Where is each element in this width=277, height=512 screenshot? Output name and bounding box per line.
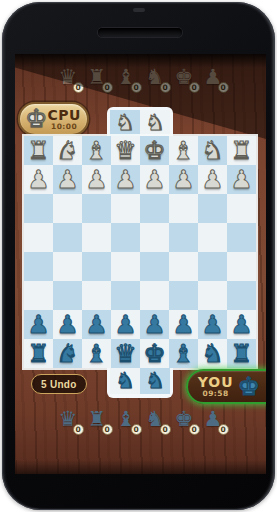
piece-black-knight: ♞ xyxy=(56,136,78,165)
square-d3[interactable] xyxy=(111,281,140,310)
square-d1[interactable]: ♛ xyxy=(111,339,140,368)
square-f5[interactable] xyxy=(169,223,198,252)
square-b6[interactable] xyxy=(53,194,82,223)
square-d8[interactable]: ♛ xyxy=(111,136,140,165)
cpu-label: CPU xyxy=(47,108,80,122)
square-c5[interactable] xyxy=(82,223,111,252)
piece-white-pawn: ♟ xyxy=(230,310,252,339)
piece-white-rook: ♜ xyxy=(27,339,49,368)
square-e3[interactable] xyxy=(140,281,169,310)
square-b4[interactable] xyxy=(53,252,82,281)
square-g2[interactable]: ♟ xyxy=(198,310,227,339)
square-c6[interactable] xyxy=(82,194,111,223)
piece-white-pawn: ♟ xyxy=(114,310,136,339)
capture-tray-you: ♛0♜0♝0♞0♚0♟0 xyxy=(15,404,266,434)
capture-tab-bottom: ♞♞ xyxy=(107,368,173,398)
square-a3[interactable] xyxy=(24,281,53,310)
square-f1[interactable]: ♝ xyxy=(169,339,198,368)
tab-piece-knight: ♞ xyxy=(115,110,135,136)
top-shadow xyxy=(15,54,266,68)
tab-cell: ♞ xyxy=(110,110,140,136)
piece-white-pawn: ♟ xyxy=(56,310,78,339)
square-h5[interactable] xyxy=(227,223,256,252)
capture-count-badge: 0 xyxy=(189,424,200,435)
you-player-pill: YOU 09:58 ♚ xyxy=(186,369,266,404)
square-a5[interactable] xyxy=(24,223,53,252)
square-c8[interactable]: ♝ xyxy=(82,136,111,165)
earpiece-speaker xyxy=(98,28,182,37)
square-e2[interactable]: ♟ xyxy=(140,310,169,339)
piece-black-pawn: ♟ xyxy=(56,165,78,194)
tray-item-rook: ♜0 xyxy=(86,404,109,434)
you-timer: 09:58 xyxy=(202,390,228,398)
tab-piece-knight: ♞ xyxy=(115,368,135,394)
blue-king-icon: ♚ xyxy=(238,372,260,402)
square-a8[interactable]: ♜ xyxy=(24,136,53,165)
piece-white-pawn: ♟ xyxy=(27,310,49,339)
square-b2[interactable]: ♟ xyxy=(53,310,82,339)
top-mic-slot xyxy=(133,8,145,12)
square-e7[interactable]: ♟ xyxy=(140,165,169,194)
square-g5[interactable] xyxy=(198,223,227,252)
piece-black-pawn: ♟ xyxy=(201,165,223,194)
square-g6[interactable] xyxy=(198,194,227,223)
piece-white-knight: ♞ xyxy=(56,339,78,368)
piece-white-queen: ♛ xyxy=(114,339,136,368)
bottom-shadow xyxy=(15,460,266,474)
square-d4[interactable] xyxy=(111,252,140,281)
piece-white-pawn: ♟ xyxy=(172,310,194,339)
square-f8[interactable]: ♝ xyxy=(169,136,198,165)
square-a2[interactable]: ♟ xyxy=(24,310,53,339)
square-b8[interactable]: ♞ xyxy=(53,136,82,165)
tab-cell: ♞ xyxy=(110,368,140,394)
tab-piece-knight: ♞ xyxy=(145,368,165,394)
capture-count-badge: 0 xyxy=(73,424,84,435)
square-a4[interactable] xyxy=(24,252,53,281)
piece-white-bishop: ♝ xyxy=(172,339,194,368)
piece-black-rook: ♜ xyxy=(230,136,252,165)
square-f2[interactable]: ♟ xyxy=(169,310,198,339)
piece-white-bishop: ♝ xyxy=(85,339,107,368)
piece-black-bishop: ♝ xyxy=(85,136,107,165)
square-a7[interactable]: ♟ xyxy=(24,165,53,194)
piece-black-pawn: ♟ xyxy=(114,165,136,194)
square-e4[interactable] xyxy=(140,252,169,281)
square-b5[interactable] xyxy=(53,223,82,252)
piece-black-pawn: ♟ xyxy=(230,165,252,194)
square-h2[interactable]: ♟ xyxy=(227,310,256,339)
capture-count-badge: 0 xyxy=(131,424,142,435)
capture-tab-top: ♞♞ xyxy=(107,107,173,136)
chess-board: ♜♞♝♛♚♝♞♜♟♟♟♟♟♟♟♟♟♟♟♟♟♟♟♟♜♞♝♛♚♝♞♜ xyxy=(24,136,256,368)
piece-white-king: ♚ xyxy=(143,339,165,368)
phone-frame: ♛0♜0♝0♞0♚0♟0 ♚ CPU 10:00 ♞♞ ♜♞♝♛♚♝♞♜♟♟♟♟… xyxy=(2,2,275,510)
white-king-icon: ♚ xyxy=(25,104,47,134)
piece-black-pawn: ♟ xyxy=(85,165,107,194)
square-h8[interactable]: ♜ xyxy=(227,136,256,165)
square-c7[interactable]: ♟ xyxy=(82,165,111,194)
square-c1[interactable]: ♝ xyxy=(82,339,111,368)
piece-white-pawn: ♟ xyxy=(143,310,165,339)
tray-item-queen: ♛0 xyxy=(57,404,80,434)
square-a1[interactable]: ♜ xyxy=(24,339,53,368)
piece-black-pawn: ♟ xyxy=(27,165,49,194)
square-h6[interactable] xyxy=(227,194,256,223)
undo-button[interactable]: 5 Undo xyxy=(31,374,87,394)
tab-cell: ♞ xyxy=(140,368,170,394)
piece-black-queen: ♛ xyxy=(114,136,136,165)
piece-black-pawn: ♟ xyxy=(172,165,194,194)
tray-item-bishop: ♝0 xyxy=(115,404,138,434)
screenshot-stage: ♛0♜0♝0♞0♚0♟0 ♚ CPU 10:00 ♞♞ ♜♞♝♛♚♝♞♜♟♟♟♟… xyxy=(0,0,277,512)
square-g1[interactable]: ♞ xyxy=(198,339,227,368)
piece-black-bishop: ♝ xyxy=(172,136,194,165)
square-h7[interactable]: ♟ xyxy=(227,165,256,194)
cpu-player-pill: ♚ CPU 10:00 xyxy=(18,102,89,136)
piece-white-knight: ♞ xyxy=(201,339,223,368)
tab-piece-knight: ♞ xyxy=(145,110,165,136)
square-c4[interactable] xyxy=(82,252,111,281)
square-b7[interactable]: ♟ xyxy=(53,165,82,194)
square-e6[interactable] xyxy=(140,194,169,223)
square-h3[interactable] xyxy=(227,281,256,310)
square-f3[interactable] xyxy=(169,281,198,310)
tray-item-pawn: ♟0 xyxy=(202,404,225,434)
square-e1[interactable]: ♚ xyxy=(140,339,169,368)
piece-white-rook: ♜ xyxy=(230,339,252,368)
square-e8[interactable]: ♚ xyxy=(140,136,169,165)
square-h1[interactable]: ♜ xyxy=(227,339,256,368)
square-c2[interactable]: ♟ xyxy=(82,310,111,339)
square-f4[interactable] xyxy=(169,252,198,281)
piece-black-king: ♚ xyxy=(143,136,165,165)
piece-black-knight: ♞ xyxy=(201,136,223,165)
square-f7[interactable]: ♟ xyxy=(169,165,198,194)
square-b1[interactable]: ♞ xyxy=(53,339,82,368)
piece-black-pawn: ♟ xyxy=(143,165,165,194)
square-g7[interactable]: ♟ xyxy=(198,165,227,194)
square-d7[interactable]: ♟ xyxy=(111,165,140,194)
square-g4[interactable] xyxy=(198,252,227,281)
tray-item-knight: ♞0 xyxy=(144,404,167,434)
square-f6[interactable] xyxy=(169,194,198,223)
square-d5[interactable] xyxy=(111,223,140,252)
piece-white-pawn: ♟ xyxy=(85,310,107,339)
square-g3[interactable] xyxy=(198,281,227,310)
piece-black-rook: ♜ xyxy=(27,136,49,165)
capture-count-badge: 0 xyxy=(102,424,113,435)
square-d6[interactable] xyxy=(111,194,140,223)
capture-count-badge: 0 xyxy=(160,424,171,435)
square-a6[interactable] xyxy=(24,194,53,223)
you-label: YOU xyxy=(198,375,234,389)
square-c3[interactable] xyxy=(82,281,111,310)
square-d2[interactable]: ♟ xyxy=(111,310,140,339)
square-b3[interactable] xyxy=(53,281,82,310)
piece-white-pawn: ♟ xyxy=(201,310,223,339)
square-e5[interactable] xyxy=(140,223,169,252)
cpu-timer: 10:00 xyxy=(51,123,77,131)
square-h4[interactable] xyxy=(227,252,256,281)
square-g8[interactable]: ♞ xyxy=(198,136,227,165)
tab-cell: ♞ xyxy=(140,110,170,136)
capture-count-badge: 0 xyxy=(218,424,229,435)
tray-item-king: ♚0 xyxy=(173,404,196,434)
app-screen: ♛0♜0♝0♞0♚0♟0 ♚ CPU 10:00 ♞♞ ♜♞♝♛♚♝♞♜♟♟♟♟… xyxy=(15,54,266,474)
